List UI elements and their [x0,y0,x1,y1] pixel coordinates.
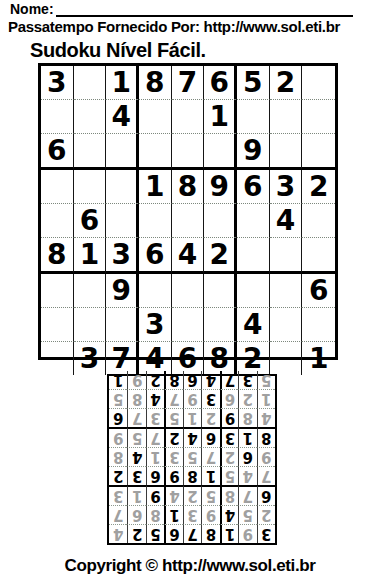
solution-cell-r2c2: 5 [238,505,256,524]
name-row: Nome: [10,1,353,17]
sudoku-cell-r3c7[interactable]: 9 [237,134,270,170]
sudoku-cell-r3c9[interactable] [302,134,335,170]
sudoku-cell-r1c2[interactable] [74,66,107,100]
solution-cell-r8c8: 8 [127,389,145,408]
solution-cell-r1c9: 4 [109,524,127,543]
sudoku-solution-grid-rotated: 3918765242549318676785249137451896329627… [107,374,277,545]
solution-cell-r9c9: 1 [109,371,127,389]
solution-cell-r6c3: 3 [220,427,238,447]
solution-cell-r8c3: 6 [220,389,238,408]
solution-cell-r2c6: 1 [164,505,182,524]
page-title: Sudoku Nível Fácil. [30,39,206,62]
solution-cell-r5c1: 9 [257,447,275,466]
provider-line: Passatempo Fornecido Por: http://www.sol… [8,18,340,35]
solution-cell-r1c8: 2 [127,524,145,543]
sudoku-cell-r6c3[interactable]: 3 [106,238,139,274]
solution-cell-r2c8: 6 [127,505,145,524]
solution-cell-r1c7: 5 [146,524,164,543]
solution-cell-r4c3: 5 [220,466,238,485]
sudoku-cell-r8c5[interactable] [172,308,205,342]
solution-cell-r4c4: 1 [201,466,219,485]
solution-cell-r8c9: 5 [109,389,127,408]
sudoku-cell-r1c6[interactable]: 6 [204,66,237,100]
solution-cell-r1c4: 8 [201,524,219,543]
sudoku-cell-r4c9[interactable]: 2 [302,170,335,204]
sudoku-cell-r4c6[interactable]: 9 [204,170,237,204]
sudoku-cell-r5c7[interactable] [237,204,270,238]
solution-cell-r4c2: 4 [238,466,256,485]
solution-cell-r8c2: 2 [238,389,256,408]
solution-cell-r2c5: 3 [183,505,201,524]
sudoku-cell-r2c6[interactable]: 1 [204,100,237,134]
solution-cell-r6c6: 2 [164,427,182,447]
sudoku-cell-r1c7[interactable]: 5 [237,66,270,100]
sudoku-cell-r8c1[interactable] [41,308,74,342]
sudoku-cell-r6c7[interactable] [237,238,270,274]
solution-cell-r9c2: 3 [238,371,256,389]
sudoku-cell-r4c5[interactable]: 8 [172,170,205,204]
sudoku-cell-r5c8[interactable]: 4 [270,204,303,238]
solution-cell-r7c9: 6 [109,408,127,427]
sudoku-cell-r5c9[interactable] [302,204,335,238]
copyright-line: Copyright © http://www.sol.eti.br [0,556,380,576]
sudoku-cell-r8c8[interactable] [270,308,303,342]
sudoku-cell-r7c9[interactable]: 6 [302,274,335,308]
solution-cell-r1c6: 6 [164,524,182,543]
sudoku-cell-r1c9[interactable] [302,66,335,100]
solution-cell-r2c4: 9 [201,505,219,524]
sudoku-cell-r1c8[interactable]: 2 [270,66,303,100]
solution-cell-r7c3: 9 [220,408,238,427]
sudoku-cell-r4c2[interactable] [74,170,107,204]
solution-cell-r4c9: 2 [109,466,127,485]
sudoku-cell-r7c4[interactable] [139,274,172,308]
solution-cell-r3c9: 3 [109,485,127,505]
sudoku-cell-r1c5[interactable]: 7 [172,66,205,100]
name-fill-line[interactable] [56,1,353,17]
solution-cell-r3c7: 9 [146,485,164,505]
sudoku-cell-r9c1[interactable] [41,342,74,375]
sudoku-cell-r7c7[interactable] [237,274,270,308]
solution-cell-r5c4: 7 [201,447,219,466]
sudoku-cell-r4c1[interactable] [41,170,74,204]
sudoku-cell-r3c3[interactable] [106,134,139,170]
sudoku-cell-r9c2[interactable]: 3 [74,342,107,375]
sudoku-worksheet-page: Nome: Passatempo Fornecido Por: http://w… [0,0,380,585]
sudoku-cell-r4c8[interactable]: 3 [270,170,303,204]
solution-cell-r1c2: 9 [238,524,256,543]
solution-cell-r4c6: 9 [164,466,182,485]
sudoku-cell-r3c4[interactable] [139,134,172,170]
solution-cell-r5c2: 6 [238,447,256,466]
sudoku-cell-r7c3[interactable]: 9 [106,274,139,308]
solution-cell-r3c3: 8 [220,485,238,505]
sudoku-cell-r8c2[interactable] [74,308,107,342]
sudoku-cell-r6c1[interactable]: 8 [41,238,74,274]
sudoku-cell-r1c3[interactable]: 1 [106,66,139,100]
solution-cell-r6c4: 6 [201,427,219,447]
solution-cell-r4c7: 6 [146,466,164,485]
solution-cell-r9c1: 5 [257,371,275,389]
solution-cell-r8c5: 9 [183,389,201,408]
solution-cell-r7c1: 4 [257,408,275,427]
solution-cell-r1c1: 3 [257,524,275,543]
sudoku-grid[interactable]: 318765241691896326481364296343746821 [38,63,338,360]
solution-cell-r6c2: 1 [238,427,256,447]
solution-cell-r2c9: 7 [109,505,127,524]
sudoku-cell-r2c1[interactable] [41,100,74,134]
solution-cell-r9c6: 8 [164,371,182,389]
solution-cell-r4c5: 8 [183,466,201,485]
solution-cell-r5c8: 4 [127,447,145,466]
sudoku-cell-r8c4[interactable]: 3 [139,308,172,342]
name-label: Nome: [10,1,54,17]
sudoku-cell-r8c3[interactable] [106,308,139,342]
sudoku-cell-r6c8[interactable] [270,238,303,274]
solution-cell-r1c5: 7 [183,524,201,543]
solution-cell-r5c3: 2 [220,447,238,466]
solution-cell-r7c2: 8 [238,408,256,427]
solution-cell-r4c8: 3 [127,466,145,485]
solution-cell-r6c1: 8 [257,427,275,447]
sudoku-cell-r9c9[interactable]: 1 [302,342,335,375]
solution-cell-r7c8: 7 [127,408,145,427]
sudoku-cell-r6c2[interactable]: 1 [74,238,107,274]
solution-cell-r5c9: 8 [109,447,127,466]
sudoku-cell-r3c8[interactable] [270,134,303,170]
sudoku-cell-r1c4[interactable]: 8 [139,66,172,100]
solution-cell-r5c5: 5 [183,447,201,466]
solution-cell-r3c4: 5 [201,485,219,505]
solution-cell-r4c1: 7 [257,466,275,485]
sudoku-cell-r7c5[interactable] [172,274,205,308]
sudoku-cell-r5c2[interactable]: 6 [74,204,107,238]
sudoku-cell-r7c1[interactable] [41,274,74,308]
solution-cell-r7c4: 2 [201,408,219,427]
solution-cell-r3c5: 2 [183,485,201,505]
sudoku-cell-r6c4[interactable]: 6 [139,238,172,274]
solution-cell-r2c7: 8 [146,505,164,524]
solution-cell-r8c1: 1 [257,389,275,408]
solution-cell-r3c8: 1 [127,485,145,505]
sudoku-cell-r1c1[interactable]: 3 [41,66,74,100]
sudoku-cell-r4c4[interactable]: 1 [139,170,172,204]
solution-cell-r8c4: 3 [201,389,219,408]
solution-cell-r3c1: 6 [257,485,275,505]
sudoku-cell-r3c5[interactable] [172,134,205,170]
solution-cell-r2c1: 2 [257,505,275,524]
solution-cell-r9c7: 2 [146,371,164,389]
sudoku-cell-r5c3[interactable] [106,204,139,238]
solution-cell-r9c5: 6 [183,371,201,389]
sudoku-cell-r4c3[interactable] [106,170,139,204]
solution-cell-r7c7: 3 [146,408,164,427]
solution-cell-r6c5: 4 [183,427,201,447]
solution-cell-r8c7: 4 [146,389,164,408]
sudoku-cell-r2c9[interactable] [302,100,335,134]
sudoku-cell-r2c7[interactable] [237,100,270,134]
sudoku-cell-r2c5[interactable] [172,100,205,134]
solution-cell-r6c9: 9 [109,427,127,447]
solution-cell-r9c3: 7 [220,371,238,389]
sudoku-cell-r2c2[interactable] [74,100,107,134]
solution-cell-r1c3: 1 [220,524,238,543]
sudoku-cell-r6c5[interactable]: 4 [172,238,205,274]
sudoku-cell-r3c2[interactable] [74,134,107,170]
solution-cell-r9c8: 9 [127,371,145,389]
sudoku-cell-r6c9[interactable] [302,238,335,274]
sudoku-cell-r2c4[interactable] [139,100,172,134]
sudoku-cell-r4c7[interactable]: 6 [237,170,270,204]
solution-cell-r7c6: 5 [164,408,182,427]
sudoku-cell-r7c2[interactable] [74,274,107,308]
sudoku-cell-r5c4[interactable] [139,204,172,238]
solution-cell-r9c4: 4 [201,371,219,389]
sudoku-cell-r2c3[interactable]: 4 [106,100,139,134]
sudoku-cell-r8c9[interactable] [302,308,335,342]
solution-cell-r8c6: 7 [164,389,182,408]
solution-cell-r5c7: 1 [146,447,164,466]
sudoku-cell-r8c6[interactable] [204,308,237,342]
solution-cell-r3c6: 4 [164,485,182,505]
sudoku-cell-r8c7[interactable]: 4 [237,308,270,342]
sudoku-cell-r3c6[interactable] [204,134,237,170]
sudoku-cell-r7c6[interactable] [204,274,237,308]
solution-cell-r2c3: 4 [220,505,238,524]
sudoku-cell-r5c5[interactable] [172,204,205,238]
solution-cell-r6c8: 5 [127,427,145,447]
solution-cell-r7c5: 1 [183,408,201,427]
solution-cell-r3c2: 7 [238,485,256,505]
sudoku-cell-r6c6[interactable]: 2 [204,238,237,274]
solution-cell-r5c6: 3 [164,447,182,466]
sudoku-cell-r2c8[interactable] [270,100,303,134]
sudoku-cell-r5c1[interactable] [41,204,74,238]
sudoku-cell-r3c1[interactable]: 6 [41,134,74,170]
solution-cell-r6c7: 7 [146,427,164,447]
sudoku-cell-r7c8[interactable] [270,274,303,308]
sudoku-cell-r5c6[interactable] [204,204,237,238]
